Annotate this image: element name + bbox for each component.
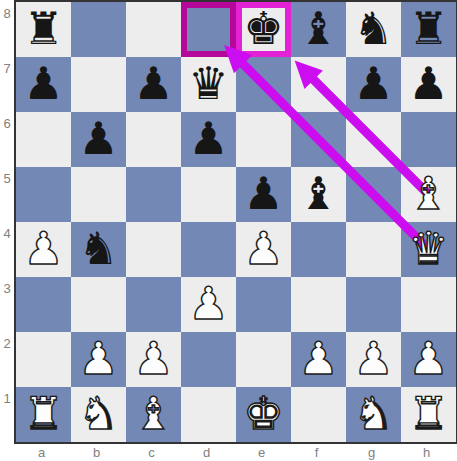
white-pawn-d3[interactable]: ♟ — [181, 277, 236, 332]
black-rook-a8[interactable]: ♜ — [16, 2, 71, 57]
rank-label-4: 4 — [0, 222, 14, 277]
square-h8[interactable]: ♜ — [401, 2, 456, 57]
square-d2[interactable] — [181, 332, 236, 387]
square-a3[interactable] — [16, 277, 71, 332]
square-b6[interactable]: ♟ — [71, 112, 126, 167]
white-queen-h4[interactable]: ♛ — [401, 222, 456, 277]
square-g1[interactable]: ♞ — [346, 387, 401, 442]
file-labels: abcdefgh — [14, 445, 454, 461]
square-b3[interactable] — [71, 277, 126, 332]
rank-label-1: 1 — [0, 387, 14, 442]
square-h7[interactable]: ♟ — [401, 57, 456, 112]
white-knight-g1[interactable]: ♞ — [346, 387, 401, 442]
square-h1[interactable]: ♜ — [401, 387, 456, 442]
square-b2[interactable]: ♟ — [71, 332, 126, 387]
square-c7[interactable]: ♟ — [126, 57, 181, 112]
file-label-f: f — [289, 445, 344, 461]
square-e1[interactable]: ♚ — [236, 387, 291, 442]
black-bishop-f5[interactable]: ♝ — [291, 167, 346, 222]
square-f1[interactable] — [291, 387, 346, 442]
file-label-h: h — [399, 445, 454, 461]
square-c1[interactable]: ♝ — [126, 387, 181, 442]
file-label-e: e — [234, 445, 289, 461]
white-pawn-a4[interactable]: ♟ — [16, 222, 71, 277]
white-pawn-e4[interactable]: ♟ — [236, 222, 291, 277]
square-h4[interactable]: ♛ — [401, 222, 456, 277]
white-pawn-g2[interactable]: ♟ — [346, 332, 401, 387]
white-bishop-c1[interactable]: ♝ — [126, 387, 181, 442]
square-d1[interactable] — [181, 387, 236, 442]
white-pawn-c2[interactable]: ♟ — [126, 332, 181, 387]
square-d5[interactable] — [181, 167, 236, 222]
white-knight-b1[interactable]: ♞ — [71, 387, 126, 442]
square-c3[interactable] — [126, 277, 181, 332]
square-a1[interactable]: ♜ — [16, 387, 71, 442]
rank-label-5: 5 — [0, 167, 14, 222]
black-pawn-g7[interactable]: ♟ — [346, 57, 401, 112]
square-c2[interactable]: ♟ — [126, 332, 181, 387]
square-d6[interactable]: ♟ — [181, 112, 236, 167]
square-g8[interactable]: ♞ — [346, 2, 401, 57]
rank-label-3: 3 — [0, 277, 14, 332]
square-g5[interactable] — [346, 167, 401, 222]
square-g7[interactable]: ♟ — [346, 57, 401, 112]
square-c6[interactable] — [126, 112, 181, 167]
file-label-b: b — [69, 445, 124, 461]
black-queen-d7[interactable]: ♛ — [181, 57, 236, 112]
file-label-c: c — [124, 445, 179, 461]
square-f6[interactable] — [291, 112, 346, 167]
file-label-a: a — [14, 445, 69, 461]
square-h2[interactable]: ♟ — [401, 332, 456, 387]
black-pawn-b6[interactable]: ♟ — [71, 112, 126, 167]
rank-label-8: 8 — [0, 2, 14, 57]
square-f5[interactable]: ♝ — [291, 167, 346, 222]
square-d3[interactable]: ♟ — [181, 277, 236, 332]
chess-app-page: 87654321 ♜♚♝♞♜♟♟♛♟♟♟♟♟♝♝♟♞♟♛♟♟♟♟♟♟♜♞♝♚♞♜… — [0, 0, 457, 461]
square-g6[interactable] — [346, 112, 401, 167]
square-h6[interactable] — [401, 112, 456, 167]
square-e7[interactable] — [236, 57, 291, 112]
black-knight-g8[interactable]: ♞ — [346, 2, 401, 57]
rank-label-7: 7 — [0, 57, 14, 112]
square-e4[interactable]: ♟ — [236, 222, 291, 277]
black-rook-h8[interactable]: ♜ — [401, 2, 456, 57]
square-f7[interactable] — [291, 57, 346, 112]
square-g4[interactable] — [346, 222, 401, 277]
square-d8[interactable] — [181, 2, 236, 57]
square-g3[interactable] — [346, 277, 401, 332]
square-e6[interactable] — [236, 112, 291, 167]
square-a6[interactable] — [16, 112, 71, 167]
square-e8[interactable]: ♚ — [236, 2, 291, 57]
square-h3[interactable] — [401, 277, 456, 332]
square-e5[interactable]: ♟ — [236, 167, 291, 222]
rank-label-6: 6 — [0, 112, 14, 167]
black-pawn-e5[interactable]: ♟ — [236, 167, 291, 222]
square-f8[interactable]: ♝ — [291, 2, 346, 57]
square-c8[interactable] — [126, 2, 181, 57]
board: ♜♚♝♞♜♟♟♛♟♟♟♟♟♝♝♟♞♟♛♟♟♟♟♟♟♜♞♝♚♞♜ — [14, 0, 457, 444]
square-f4[interactable] — [291, 222, 346, 277]
square-b1[interactable]: ♞ — [71, 387, 126, 442]
square-f3[interactable] — [291, 277, 346, 332]
rank-labels: 87654321 — [0, 2, 14, 442]
square-e2[interactable] — [236, 332, 291, 387]
black-pawn-d6[interactable]: ♟ — [181, 112, 236, 167]
square-a2[interactable] — [16, 332, 71, 387]
square-b8[interactable] — [71, 2, 126, 57]
rank-label-2: 2 — [0, 332, 14, 387]
square-a4[interactable]: ♟ — [16, 222, 71, 277]
square-g2[interactable]: ♟ — [346, 332, 401, 387]
white-rook-h1[interactable]: ♜ — [401, 387, 456, 442]
black-pawn-a7[interactable]: ♟ — [16, 57, 71, 112]
black-pawn-h7[interactable]: ♟ — [401, 57, 456, 112]
square-b4[interactable]: ♞ — [71, 222, 126, 277]
square-a8[interactable]: ♜ — [16, 2, 71, 57]
square-a7[interactable]: ♟ — [16, 57, 71, 112]
black-pawn-c7[interactable]: ♟ — [126, 57, 181, 112]
square-c4[interactable] — [126, 222, 181, 277]
square-h5[interactable]: ♝ — [401, 167, 456, 222]
file-label-g: g — [344, 445, 399, 461]
square-c5[interactable] — [126, 167, 181, 222]
square-a5[interactable] — [16, 167, 71, 222]
white-bishop-h5[interactable]: ♝ — [401, 167, 456, 222]
white-pawn-b2[interactable]: ♟ — [71, 332, 126, 387]
square-b5[interactable] — [71, 167, 126, 222]
white-pawn-h2[interactable]: ♟ — [401, 332, 456, 387]
white-rook-a1[interactable]: ♜ — [16, 387, 71, 442]
square-b7[interactable] — [71, 57, 126, 112]
white-king-e1[interactable]: ♚ — [236, 387, 291, 442]
square-d4[interactable] — [181, 222, 236, 277]
square-e3[interactable] — [236, 277, 291, 332]
white-pawn-f2[interactable]: ♟ — [291, 332, 346, 387]
black-knight-b4[interactable]: ♞ — [71, 222, 126, 277]
black-king-e8[interactable]: ♚ — [236, 2, 291, 57]
black-bishop-f8[interactable]: ♝ — [291, 2, 346, 57]
file-label-d: d — [179, 445, 234, 461]
square-f2[interactable]: ♟ — [291, 332, 346, 387]
square-d7[interactable]: ♛ — [181, 57, 236, 112]
